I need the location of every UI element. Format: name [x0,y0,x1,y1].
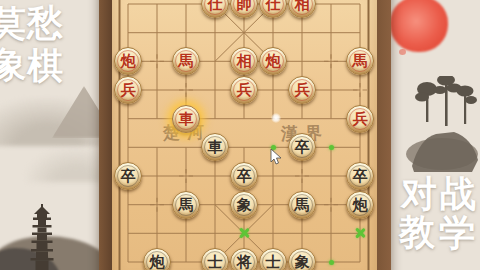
piece-black-cannon[interactable]: 炮 [143,248,171,270]
left-title-char-3: 象 [0,47,26,83]
piece-black-advisor[interactable]: 士 [259,248,287,270]
left-title-char-4: 棋 [27,48,63,84]
sparkle-effect [271,113,281,123]
piece-black-king[interactable]: 将 [230,248,258,270]
piece-black-pawn[interactable]: 卒 [346,162,374,190]
right-title-char-1: 对 [401,176,437,212]
piece-black-advisor[interactable]: 士 [201,248,229,270]
piece-black-cannon[interactable]: 炮 [346,191,374,219]
red-ink-splatter [399,49,406,55]
left-title-char-2: 愁 [27,5,63,41]
piece-black-pawn[interactable]: 卒 [114,162,142,190]
right-title-char-3: 教 [399,214,435,250]
piece-black-horse[interactable]: 馬 [172,191,200,219]
piece-black-elephant[interactable]: 象 [288,248,316,270]
red-ink-sun [390,0,448,52]
left-title-char-1: 莫 [0,6,26,42]
pagoda-icon [24,204,62,270]
piece-red-pawn[interactable]: 兵 [230,76,258,104]
xiangqi-board[interactable] [112,0,377,270]
piece-black-horse[interactable]: 馬 [288,191,316,219]
piece-red-pawn[interactable]: 兵 [346,105,374,133]
piece-red-rook[interactable]: 車 [172,105,200,133]
piece-black-pawn[interactable]: 卒 [230,162,258,190]
right-title-char-4: 学 [439,215,475,251]
ink-trees-icon [402,76,480,172]
piece-black-elephant[interactable]: 象 [230,191,258,219]
piece-red-pawn[interactable]: 兵 [114,76,142,104]
piece-red-pawn[interactable]: 兵 [288,76,316,104]
right-title-char-2: 战 [440,176,476,212]
app-window: 莫 愁 象 棋 对 战 教 学 [0,0,480,270]
